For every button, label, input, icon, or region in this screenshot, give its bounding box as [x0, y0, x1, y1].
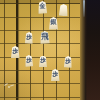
grid-line-vertical: [30, 0, 31, 100]
piece-kanji: 歩: [40, 58, 46, 64]
shogi-photo-scene: 金 銀 歩 飛 歩 歩 歩 歩 歩: [0, 0, 100, 100]
shogi-piece-silver[interactable]: 銀: [49, 17, 58, 30]
piece-kanji: 歩: [53, 71, 59, 77]
grid-line-horizontal: [0, 30, 81, 31]
piece-kanji: 歩: [26, 57, 32, 63]
piece-kanji: 金: [39, 3, 45, 10]
piece-kanji: 飛: [41, 32, 49, 41]
shogi-piece-pawn[interactable]: 歩: [51, 69, 60, 81]
edge-highlight: [83, 0, 85, 17]
grid-line-horizontal: [0, 97, 81, 98]
shogi-piece-pawn[interactable]: 歩: [11, 46, 20, 58]
shogi-piece-pawn[interactable]: 歩: [39, 56, 47, 68]
grid-line-horizontal: [0, 70, 81, 71]
grid-line-vertical: [43, 0, 44, 100]
grid-line-horizontal: [0, 17, 81, 18]
grid-line-vertical: [56, 0, 57, 100]
piece-kanji: 銀: [51, 19, 57, 26]
piece-kanji: 歩: [26, 34, 32, 40]
scuff-mark: [10, 84, 14, 86]
piece-kanji: 歩: [65, 58, 71, 64]
grid-line-vertical: [69, 0, 70, 100]
piece-kanji: 歩: [13, 48, 19, 54]
